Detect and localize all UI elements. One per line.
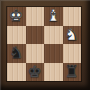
white-king-piece[interactable]: ♚: [9, 7, 23, 26]
square-r1c4[interactable]: [63, 7, 82, 26]
square-r3c1[interactable]: ♞: [7, 44, 26, 63]
black-knight-piece[interactable]: ♞: [9, 44, 23, 63]
square-r4c2[interactable]: ♚: [26, 63, 45, 82]
square-r3c2[interactable]: [26, 44, 45, 63]
square-r2c2[interactable]: [26, 26, 45, 45]
square-r3c3[interactable]: [44, 44, 63, 63]
square-r4c4[interactable]: ♜: [63, 63, 82, 82]
chessboard: ♚♝♞♞♚♜: [0, 0, 90, 90]
square-r1c1[interactable]: ♚: [7, 7, 26, 26]
white-bishop-piece[interactable]: ♝: [46, 7, 60, 26]
square-r2c3[interactable]: [44, 26, 63, 45]
board-squares: ♚♝♞♞♚♜: [7, 7, 81, 81]
square-r1c2[interactable]: [26, 7, 45, 26]
black-king-piece[interactable]: ♚: [28, 63, 42, 82]
square-r1c3[interactable]: ♝: [44, 7, 63, 26]
square-r2c1[interactable]: [7, 26, 26, 45]
square-r2c4[interactable]: ♞: [63, 26, 82, 45]
square-r4c3[interactable]: [44, 63, 63, 82]
square-r4c1[interactable]: [7, 63, 26, 82]
black-rook-piece[interactable]: ♜: [65, 63, 79, 82]
white-knight-piece[interactable]: ♞: [65, 26, 79, 45]
square-r3c4[interactable]: [63, 44, 82, 63]
